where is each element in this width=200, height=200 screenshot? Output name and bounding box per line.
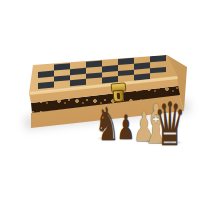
- chess-piece-dark-queen: ♛: [154, 94, 186, 154]
- front-pieces: ♞♟♟♝♛: [0, 0, 200, 200]
- product-photo: Product photo of a folding wooden chess …: [0, 0, 200, 200]
- chess-piece-dark-knight: ♞: [95, 101, 120, 147]
